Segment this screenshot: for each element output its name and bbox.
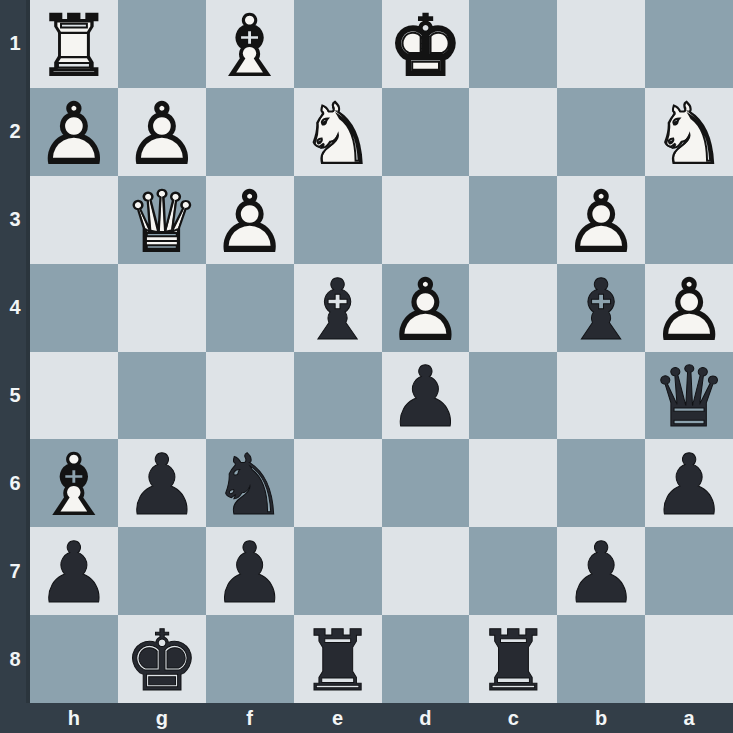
square-h5[interactable] xyxy=(30,352,118,440)
piece-white-pawn[interactable]: ♟♙ xyxy=(557,176,645,264)
piece-white-pawn[interactable]: ♟♙ xyxy=(645,264,733,352)
rank-label-5: 5 xyxy=(0,352,30,440)
square-f6[interactable]: ♞ xyxy=(206,439,294,527)
piece-white-pawn[interactable]: ♟♙ xyxy=(382,264,470,352)
black-pawn-icon: ♟ xyxy=(645,441,733,529)
black-knight-icon: ♞ xyxy=(206,441,294,529)
square-g3[interactable]: ♛♕ xyxy=(118,176,206,264)
piece-black-pawn[interactable]: ♟ xyxy=(557,527,645,615)
piece-black-pawn[interactable]: ♟ xyxy=(645,439,733,527)
piece-black-bishop[interactable]: ♝ xyxy=(557,264,645,352)
square-b8[interactable] xyxy=(557,615,645,703)
piece-black-rook[interactable]: ♜ xyxy=(294,615,382,703)
white-rook-outline-icon: ♖ xyxy=(30,2,118,90)
piece-white-king[interactable]: ♚♔ xyxy=(382,0,470,88)
piece-black-bishop[interactable]: ♝ xyxy=(294,264,382,352)
square-d6[interactable] xyxy=(382,439,470,527)
chess-app: 12345678 ♜♖♝♗♚♔♟♙♟♙♞♘♞♘♛♕♟♙♟♙♝♟♙♝♟♙♟♛♝♗♟… xyxy=(0,0,733,733)
file-label-h: h xyxy=(30,703,118,733)
black-pawn-icon: ♟ xyxy=(557,529,645,617)
white-pawn-outline-icon: ♙ xyxy=(382,266,470,354)
square-b1[interactable] xyxy=(557,0,645,88)
file-label-g: g xyxy=(118,703,206,733)
white-knight-outline-icon: ♘ xyxy=(645,90,733,178)
square-h8[interactable] xyxy=(30,615,118,703)
square-h3[interactable] xyxy=(30,176,118,264)
square-g2[interactable]: ♟♙ xyxy=(118,88,206,176)
square-h6[interactable]: ♝♗ xyxy=(30,439,118,527)
piece-white-bishop[interactable]: ♝♗ xyxy=(30,439,118,527)
black-pawn-icon: ♟ xyxy=(30,529,118,617)
square-c3[interactable] xyxy=(469,176,557,264)
white-queen-outline-icon: ♕ xyxy=(118,178,206,266)
square-f5[interactable] xyxy=(206,352,294,440)
piece-white-pawn[interactable]: ♟♙ xyxy=(118,88,206,176)
rank-label-4: 4 xyxy=(0,264,30,352)
square-a6[interactable]: ♟ xyxy=(645,439,733,527)
square-f2[interactable] xyxy=(206,88,294,176)
square-f3[interactable]: ♟♙ xyxy=(206,176,294,264)
square-f8[interactable] xyxy=(206,615,294,703)
rank-label-1: 1 xyxy=(0,0,30,88)
square-e6[interactable] xyxy=(294,439,382,527)
rank-label-6: 6 xyxy=(0,439,30,527)
rank-label-8: 8 xyxy=(0,615,30,703)
square-e3[interactable] xyxy=(294,176,382,264)
square-e5[interactable] xyxy=(294,352,382,440)
square-e4[interactable]: ♝ xyxy=(294,264,382,352)
square-h1[interactable]: ♜♖ xyxy=(30,0,118,88)
black-pawn-icon: ♟ xyxy=(206,529,294,617)
square-g6[interactable]: ♟ xyxy=(118,439,206,527)
square-b6[interactable] xyxy=(557,439,645,527)
rank-label-3: 3 xyxy=(0,176,30,264)
white-pawn-outline-icon: ♙ xyxy=(206,178,294,266)
square-b7[interactable]: ♟ xyxy=(557,527,645,615)
square-c6[interactable] xyxy=(469,439,557,527)
square-g1[interactable] xyxy=(118,0,206,88)
square-d3[interactable] xyxy=(382,176,470,264)
rank-label-2: 2 xyxy=(0,88,30,176)
piece-black-king[interactable]: ♚ xyxy=(118,615,206,703)
square-c4[interactable] xyxy=(469,264,557,352)
square-e7[interactable] xyxy=(294,527,382,615)
square-g7[interactable] xyxy=(118,527,206,615)
square-c5[interactable] xyxy=(469,352,557,440)
square-e8[interactable]: ♜ xyxy=(294,615,382,703)
rank-labels: 12345678 xyxy=(0,0,30,703)
piece-black-knight[interactable]: ♞ xyxy=(206,439,294,527)
black-bishop-icon: ♝ xyxy=(294,266,382,354)
black-pawn-icon: ♟ xyxy=(118,441,206,529)
square-d7[interactable] xyxy=(382,527,470,615)
square-c2[interactable] xyxy=(469,88,557,176)
square-b2[interactable] xyxy=(557,88,645,176)
rank-label-7: 7 xyxy=(0,527,30,615)
square-d8[interactable] xyxy=(382,615,470,703)
piece-white-queen[interactable]: ♛♕ xyxy=(118,176,206,264)
black-king-icon: ♚ xyxy=(118,617,206,705)
file-label-a: a xyxy=(645,703,733,733)
black-rook-icon: ♜ xyxy=(469,617,557,705)
white-bishop-outline-icon: ♗ xyxy=(206,2,294,90)
file-label-b: b xyxy=(557,703,645,733)
chess-board: ♜♖♝♗♚♔♟♙♟♙♞♘♞♘♛♕♟♙♟♙♝♟♙♝♟♙♟♛♝♗♟♞♟♟♟♟♚♜♜ xyxy=(30,0,733,703)
square-e2[interactable]: ♞♘ xyxy=(294,88,382,176)
black-queen-icon: ♛ xyxy=(645,354,733,442)
square-d4[interactable]: ♟♙ xyxy=(382,264,470,352)
square-g4[interactable] xyxy=(118,264,206,352)
file-labels: hgfedcba xyxy=(30,703,733,733)
square-e1[interactable] xyxy=(294,0,382,88)
white-king-outline-icon: ♔ xyxy=(382,2,470,90)
square-b4[interactable]: ♝ xyxy=(557,264,645,352)
square-g5[interactable] xyxy=(118,352,206,440)
white-pawn-outline-icon: ♙ xyxy=(30,90,118,178)
square-b3[interactable]: ♟♙ xyxy=(557,176,645,264)
piece-white-pawn[interactable]: ♟♙ xyxy=(206,176,294,264)
square-b5[interactable] xyxy=(557,352,645,440)
square-a8[interactable] xyxy=(645,615,733,703)
piece-black-pawn[interactable]: ♟ xyxy=(118,439,206,527)
square-c7[interactable] xyxy=(469,527,557,615)
piece-white-pawn[interactable]: ♟♙ xyxy=(30,88,118,176)
file-label-e: e xyxy=(294,703,382,733)
file-label-c: c xyxy=(469,703,557,733)
square-c8[interactable]: ♜ xyxy=(469,615,557,703)
square-g8[interactable]: ♚ xyxy=(118,615,206,703)
piece-white-rook[interactable]: ♜♖ xyxy=(30,0,118,88)
piece-white-knight[interactable]: ♞♘ xyxy=(645,88,733,176)
white-bishop-outline-icon: ♗ xyxy=(30,441,118,529)
square-f1[interactable]: ♝♗ xyxy=(206,0,294,88)
piece-black-rook[interactable]: ♜ xyxy=(469,615,557,703)
square-d5[interactable]: ♟ xyxy=(382,352,470,440)
file-label-f: f xyxy=(206,703,294,733)
square-d2[interactable] xyxy=(382,88,470,176)
black-rook-icon: ♜ xyxy=(294,617,382,705)
square-h2[interactable]: ♟♙ xyxy=(30,88,118,176)
white-pawn-outline-icon: ♙ xyxy=(645,266,733,354)
square-h4[interactable] xyxy=(30,264,118,352)
file-label-d: d xyxy=(382,703,470,733)
square-a1[interactable] xyxy=(645,0,733,88)
piece-black-pawn[interactable]: ♟ xyxy=(382,352,470,440)
piece-black-pawn[interactable]: ♟ xyxy=(206,527,294,615)
white-knight-outline-icon: ♘ xyxy=(294,90,382,178)
black-bishop-icon: ♝ xyxy=(557,266,645,354)
square-a4[interactable]: ♟♙ xyxy=(645,264,733,352)
white-pawn-outline-icon: ♙ xyxy=(557,178,645,266)
square-f4[interactable] xyxy=(206,264,294,352)
piece-black-pawn[interactable]: ♟ xyxy=(30,527,118,615)
square-a3[interactable] xyxy=(645,176,733,264)
piece-white-knight[interactable]: ♞♘ xyxy=(294,88,382,176)
square-a5[interactable]: ♛ xyxy=(645,352,733,440)
square-d1[interactable]: ♚♔ xyxy=(382,0,470,88)
piece-white-bishop[interactable]: ♝♗ xyxy=(206,0,294,88)
square-a7[interactable] xyxy=(645,527,733,615)
square-c1[interactable] xyxy=(469,0,557,88)
white-pawn-outline-icon: ♙ xyxy=(118,90,206,178)
square-h7[interactable]: ♟ xyxy=(30,527,118,615)
piece-black-queen[interactable]: ♛ xyxy=(645,352,733,440)
square-a2[interactable]: ♞♘ xyxy=(645,88,733,176)
square-f7[interactable]: ♟ xyxy=(206,527,294,615)
black-pawn-icon: ♟ xyxy=(382,354,470,442)
